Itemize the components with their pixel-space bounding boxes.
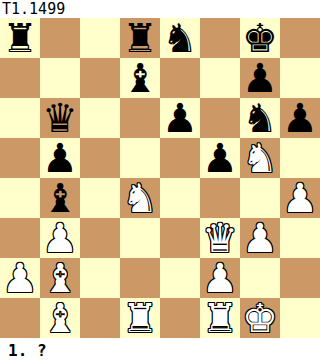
square-a4[interactable]: [0, 178, 40, 218]
piece-black-pawn[interactable]: ♟: [282, 98, 318, 138]
piece-black-queen[interactable]: ♛: [42, 98, 78, 138]
square-f4[interactable]: [200, 178, 240, 218]
square-a6[interactable]: [0, 98, 40, 138]
square-f5[interactable]: ♟: [200, 138, 240, 178]
piece-white-pawn[interactable]: ♟: [42, 218, 78, 258]
square-b2[interactable]: ♝: [40, 258, 80, 298]
square-d3[interactable]: [120, 218, 160, 258]
square-c6[interactable]: [80, 98, 120, 138]
square-e4[interactable]: [160, 178, 200, 218]
square-g6[interactable]: ♞: [240, 98, 280, 138]
piece-white-rook[interactable]: ♜: [122, 298, 158, 338]
piece-white-knight[interactable]: ♞: [242, 138, 278, 178]
square-c1[interactable]: [80, 298, 120, 338]
square-a5[interactable]: [0, 138, 40, 178]
square-g7[interactable]: ♟: [240, 58, 280, 98]
piece-white-pawn[interactable]: ♟: [242, 218, 278, 258]
piece-white-queen[interactable]: ♛: [202, 218, 238, 258]
piece-black-rook[interactable]: ♜: [2, 18, 38, 58]
piece-black-king[interactable]: ♚: [242, 18, 278, 58]
square-a1[interactable]: [0, 298, 40, 338]
square-g2[interactable]: [240, 258, 280, 298]
square-a8[interactable]: ♜: [0, 18, 40, 58]
square-c2[interactable]: [80, 258, 120, 298]
square-b4[interactable]: ♝: [40, 178, 80, 218]
piece-white-knight[interactable]: ♞: [122, 178, 158, 218]
piece-white-bishop[interactable]: ♝: [42, 258, 78, 298]
square-b5[interactable]: ♟: [40, 138, 80, 178]
square-f6[interactable]: [200, 98, 240, 138]
square-g5[interactable]: ♞: [240, 138, 280, 178]
square-e7[interactable]: [160, 58, 200, 98]
piece-black-pawn[interactable]: ♟: [162, 98, 198, 138]
square-h4[interactable]: ♟: [280, 178, 320, 218]
square-c5[interactable]: [80, 138, 120, 178]
square-c4[interactable]: [80, 178, 120, 218]
square-e6[interactable]: ♟: [160, 98, 200, 138]
square-g4[interactable]: [240, 178, 280, 218]
piece-black-pawn[interactable]: ♟: [202, 138, 238, 178]
square-h5[interactable]: [280, 138, 320, 178]
square-b7[interactable]: [40, 58, 80, 98]
square-e8[interactable]: ♞: [160, 18, 200, 58]
square-d4[interactable]: ♞: [120, 178, 160, 218]
piece-white-bishop[interactable]: ♝: [42, 298, 78, 338]
square-b3[interactable]: ♟: [40, 218, 80, 258]
square-g8[interactable]: ♚: [240, 18, 280, 58]
square-b1[interactable]: ♝: [40, 298, 80, 338]
square-f1[interactable]: ♜: [200, 298, 240, 338]
square-h8[interactable]: [280, 18, 320, 58]
square-d1[interactable]: ♜: [120, 298, 160, 338]
square-c8[interactable]: [80, 18, 120, 58]
square-d2[interactable]: [120, 258, 160, 298]
piece-white-pawn[interactable]: ♟: [282, 178, 318, 218]
piece-white-pawn[interactable]: ♟: [202, 258, 238, 298]
square-f3[interactable]: ♛: [200, 218, 240, 258]
piece-black-rook[interactable]: ♜: [122, 18, 158, 58]
square-a2[interactable]: ♟: [0, 258, 40, 298]
square-h1[interactable]: [280, 298, 320, 338]
chess-board: ♜♜♞♚♝♟♛♟♞♟♟♟♞♝♞♟♟♛♟♟♝♟♝♜♜♚: [0, 18, 320, 338]
square-d8[interactable]: ♜: [120, 18, 160, 58]
square-b6[interactable]: ♛: [40, 98, 80, 138]
piece-white-rook[interactable]: ♜: [202, 298, 238, 338]
square-d5[interactable]: [120, 138, 160, 178]
square-d7[interactable]: ♝: [120, 58, 160, 98]
square-f8[interactable]: [200, 18, 240, 58]
piece-white-king[interactable]: ♚: [242, 298, 278, 338]
square-g3[interactable]: ♟: [240, 218, 280, 258]
square-e3[interactable]: [160, 218, 200, 258]
piece-white-pawn[interactable]: ♟: [2, 258, 38, 298]
square-h7[interactable]: [280, 58, 320, 98]
square-e5[interactable]: [160, 138, 200, 178]
square-d6[interactable]: [120, 98, 160, 138]
square-h3[interactable]: [280, 218, 320, 258]
square-c3[interactable]: [80, 218, 120, 258]
piece-black-knight[interactable]: ♞: [242, 98, 278, 138]
square-e1[interactable]: [160, 298, 200, 338]
square-f7[interactable]: [200, 58, 240, 98]
piece-black-bishop[interactable]: ♝: [42, 178, 78, 218]
square-c7[interactable]: [80, 58, 120, 98]
piece-black-pawn[interactable]: ♟: [42, 138, 78, 178]
piece-black-bishop[interactable]: ♝: [122, 58, 158, 98]
square-a3[interactable]: [0, 218, 40, 258]
square-h2[interactable]: [280, 258, 320, 298]
square-a7[interactable]: [0, 58, 40, 98]
square-f2[interactable]: ♟: [200, 258, 240, 298]
square-e2[interactable]: [160, 258, 200, 298]
piece-black-knight[interactable]: ♞: [162, 18, 198, 58]
square-g1[interactable]: ♚: [240, 298, 280, 338]
square-b8[interactable]: [40, 18, 80, 58]
piece-black-pawn[interactable]: ♟: [242, 58, 278, 98]
move-prompt: 1. ?: [0, 338, 320, 360]
square-h6[interactable]: ♟: [280, 98, 320, 138]
